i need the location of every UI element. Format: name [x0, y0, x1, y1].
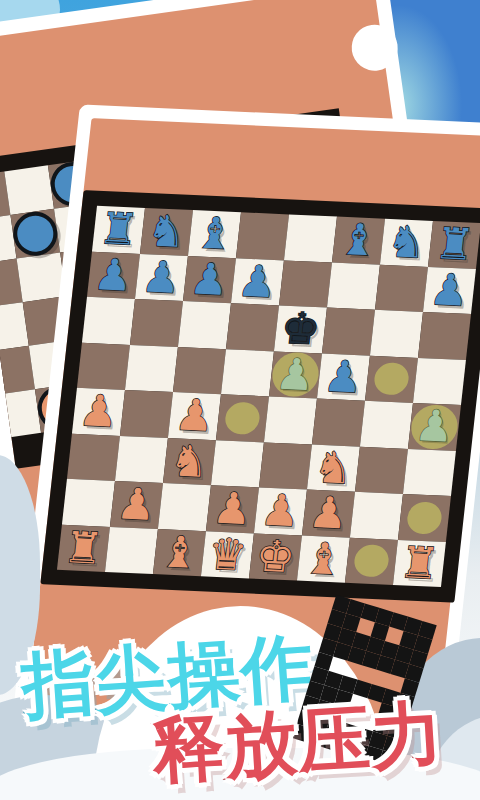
square-d8[interactable] [236, 212, 289, 260]
piece-black-pawn-h7[interactable]: ♟ [428, 268, 471, 313]
piece-black-king-e6[interactable]: ♚ [279, 307, 322, 352]
piece-black-rook-h8[interactable]: ♜ [433, 222, 476, 267]
square-b4[interactable] [120, 390, 173, 438]
piece-white-pawn-c4[interactable]: ♟ [173, 394, 216, 439]
square-d5[interactable] [221, 349, 274, 397]
piece-black-bishop-c8[interactable]: ♝ [193, 212, 236, 257]
square-e8[interactable] [284, 214, 337, 262]
square-e7[interactable] [279, 260, 332, 308]
slogan-line2: 释放压力 [150, 697, 446, 787]
square-d7[interactable]: ♟ [231, 258, 284, 306]
square-h1[interactable]: ♜ [393, 539, 446, 587]
square-f6[interactable] [322, 308, 375, 356]
square-a7[interactable]: ♟ [87, 251, 140, 299]
square-f2[interactable]: ♟ [302, 490, 355, 538]
square-g6[interactable] [370, 310, 423, 358]
square-h4[interactable]: ♟ [408, 403, 461, 451]
square-c6[interactable] [178, 301, 231, 349]
square-f7[interactable] [327, 262, 380, 310]
square-f1[interactable]: ♝ [297, 535, 350, 583]
piece-black-pawn-e5[interactable]: ♟ [274, 352, 317, 397]
square-g5[interactable] [365, 355, 418, 403]
square-f4[interactable] [312, 399, 365, 447]
piece-white-knight-c3[interactable]: ♞ [168, 439, 211, 484]
square-b1[interactable] [105, 526, 158, 574]
piece-black-pawn-c7[interactable]: ♟ [188, 257, 231, 302]
piece-white-pawn-b2[interactable]: ♟ [115, 482, 158, 527]
square-e3[interactable] [259, 442, 312, 490]
square-e5[interactable]: ♟ [269, 351, 322, 399]
square-f8[interactable]: ♝ [332, 217, 385, 265]
square-c2[interactable] [158, 483, 211, 531]
move-hint-d4 [224, 401, 262, 435]
square-a5[interactable] [77, 342, 130, 390]
piece-black-knight-g8[interactable]: ♞ [385, 220, 428, 265]
square-c3[interactable]: ♞ [163, 438, 216, 486]
move-hint-h2 [406, 501, 444, 535]
square-d2[interactable]: ♟ [206, 485, 259, 533]
square-d6[interactable] [226, 303, 279, 351]
square-h7[interactable]: ♟ [423, 266, 476, 314]
square-g1[interactable] [345, 537, 398, 585]
square-a6[interactable] [82, 297, 135, 345]
square-a2[interactable] [62, 479, 115, 527]
square-d3[interactable] [211, 440, 264, 488]
piece-black-rook-a8[interactable]: ♜ [97, 207, 140, 252]
piece-white-pawn-e2[interactable]: ♟ [259, 489, 302, 534]
square-g2[interactable] [350, 492, 403, 540]
piece-white-king-e1[interactable]: ♚ [254, 534, 297, 579]
piece-white-rook-h1[interactable]: ♜ [398, 541, 441, 586]
square-h3[interactable] [403, 448, 456, 496]
square-b6[interactable] [130, 299, 183, 347]
square-g7[interactable] [375, 264, 428, 312]
piece-white-queen-d1[interactable]: ♛ [206, 532, 249, 577]
back-square [4, 165, 54, 215]
move-hint-g1 [353, 544, 391, 578]
square-b2[interactable]: ♟ [110, 481, 163, 529]
chess-board: ♜♞♝♝♞♜♟♟♟♟♟♚♟♟♟♟♟♞♞♟♟♟♟♜♝♛♚♝♜ [57, 206, 480, 587]
piece-black-pawn-d7[interactable]: ♟ [236, 259, 279, 304]
piece-white-bishop-c1[interactable]: ♝ [158, 530, 201, 575]
square-f5[interactable]: ♟ [317, 353, 370, 401]
square-e1[interactable]: ♚ [249, 533, 302, 581]
square-e2[interactable]: ♟ [254, 487, 307, 535]
square-e6[interactable]: ♚ [274, 305, 327, 353]
square-c1[interactable]: ♝ [153, 529, 206, 577]
square-c4[interactable]: ♟ [168, 392, 221, 440]
square-f3[interactable]: ♞ [307, 444, 360, 492]
square-b3[interactable] [115, 435, 168, 483]
square-b5[interactable] [125, 344, 178, 392]
square-h5[interactable] [413, 357, 466, 405]
square-g4[interactable] [360, 401, 413, 449]
square-g3[interactable] [355, 446, 408, 494]
piece-white-bishop-f1[interactable]: ♝ [302, 537, 345, 582]
square-h6[interactable] [418, 312, 471, 360]
square-d1[interactable]: ♛ [201, 531, 254, 579]
square-c8[interactable]: ♝ [188, 210, 241, 258]
move-hint-g5 [373, 362, 411, 396]
piece-white-rook-a1[interactable]: ♜ [62, 526, 105, 571]
square-a8[interactable]: ♜ [92, 206, 145, 254]
square-g8[interactable]: ♞ [380, 219, 433, 267]
piece-white-pawn-a4[interactable]: ♟ [77, 389, 120, 434]
piece-black-pawn-a7[interactable]: ♟ [92, 253, 135, 298]
square-b7[interactable]: ♟ [135, 253, 188, 301]
back-square [0, 389, 41, 439]
square-a4[interactable]: ♟ [72, 388, 125, 436]
square-a1[interactable]: ♜ [57, 524, 110, 572]
piece-black-pawn-h4[interactable]: ♟ [413, 404, 456, 449]
square-a3[interactable] [67, 433, 120, 481]
square-c5[interactable] [173, 347, 226, 395]
piece-black-pawn-b7[interactable]: ♟ [140, 255, 183, 300]
piece-black-pawn-f5[interactable]: ♟ [322, 355, 365, 400]
square-e4[interactable] [264, 396, 317, 444]
square-c7[interactable]: ♟ [183, 256, 236, 304]
square-b8[interactable]: ♞ [140, 208, 193, 256]
square-h2[interactable] [398, 494, 451, 542]
piece-black-knight-b8[interactable]: ♞ [145, 209, 188, 254]
piece-white-knight-f3[interactable]: ♞ [312, 446, 355, 491]
piece-white-pawn-f2[interactable]: ♟ [307, 491, 350, 536]
square-h8[interactable]: ♜ [428, 221, 480, 269]
chess-board-border: ♜♞♝♝♞♜♟♟♟♟♟♚♟♟♟♟♟♞♞♟♟♟♟♜♝♛♚♝♜ [40, 190, 480, 603]
square-d4[interactable] [216, 394, 269, 442]
piece-white-pawn-d2[interactable]: ♟ [211, 487, 254, 532]
piece-black-bishop-f8[interactable]: ♝ [337, 218, 380, 263]
